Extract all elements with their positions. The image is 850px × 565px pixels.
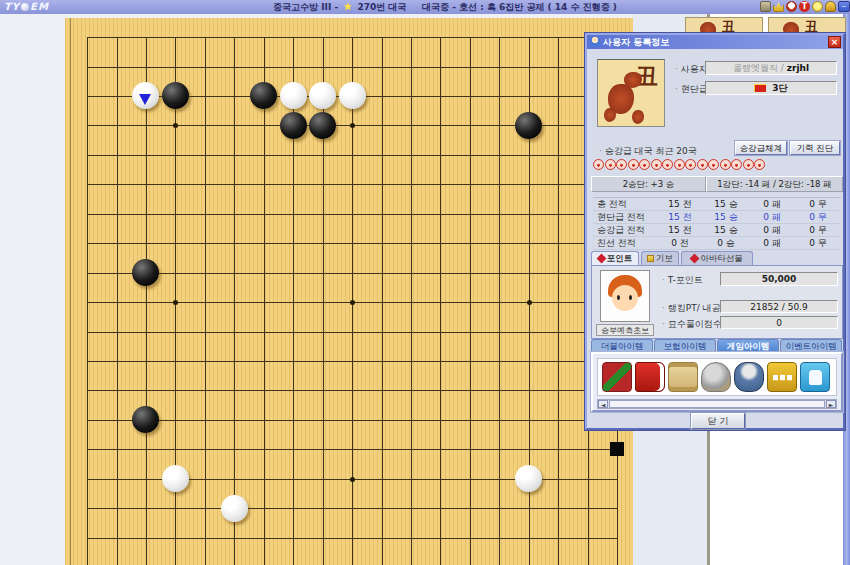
win-medal-icon xyxy=(639,159,650,170)
scroll-item-icon[interactable] xyxy=(668,362,698,392)
tab-points[interactable]: 포인트 xyxy=(591,251,639,265)
black-stone xyxy=(280,112,307,139)
logo-text-left: TY xyxy=(4,1,20,12)
crown-icon[interactable] xyxy=(773,1,784,12)
white-stone xyxy=(515,465,542,492)
record-cell: 15 전 xyxy=(657,224,703,236)
black-stone xyxy=(515,112,542,139)
win-medal-icon xyxy=(651,159,662,170)
win-medal-icon xyxy=(674,159,685,170)
record-cell: 15 전 xyxy=(657,211,703,223)
record-cell: 0 무 xyxy=(795,224,841,236)
game-title: 중국고수방 III - 270번 대국 대국중 - 호선 : 흑 6집반 공제 … xyxy=(235,1,655,14)
record-cell: 0 무 xyxy=(795,198,841,210)
promotion-status: 2승단: +3 승 xyxy=(591,176,706,192)
grid-line xyxy=(382,37,383,565)
gem-icon xyxy=(690,254,700,264)
stone-icon xyxy=(21,3,29,11)
white-stone xyxy=(339,82,366,109)
grid-line xyxy=(87,538,618,539)
board-edge-line xyxy=(70,18,71,565)
avatar-photo xyxy=(600,270,650,322)
record-cell: 0 패 xyxy=(749,198,795,210)
ranking-value: 21852 / 50.9 xyxy=(720,300,838,313)
record-cell: 15 승 xyxy=(703,211,749,223)
record-cell: 0 패 xyxy=(749,224,795,236)
win-medal-icon xyxy=(616,159,627,170)
record-cell: 승강급 전적 xyxy=(593,224,657,236)
item-tab[interactable]: 게임아이템 xyxy=(717,339,779,352)
black-stone xyxy=(162,82,189,109)
items-list xyxy=(597,358,837,396)
grid-line xyxy=(87,508,618,509)
grid-line xyxy=(146,37,147,565)
record-row: 승강급 전적15 전15 승0 패0 무 xyxy=(593,224,841,237)
scrollbar-thumb[interactable] xyxy=(609,400,825,408)
points-tab-panel: 승부예측초보 T-포인트 50,000 랭킹PT/ 내공 21852 / 50.… xyxy=(591,265,843,339)
item-tab[interactable]: 보험아이템 xyxy=(654,339,716,352)
close-icon[interactable]: × xyxy=(828,36,841,48)
id-field: 콜랭엣월직 / zrjhl xyxy=(705,61,837,75)
record-cell: 총 전적 xyxy=(593,198,657,210)
titlebar-toolbar: T xyxy=(760,1,836,12)
eye xyxy=(629,295,632,300)
gift-item-icon[interactable] xyxy=(602,362,632,392)
item-tab[interactable]: 더블아이템 xyxy=(591,339,653,352)
user-id: zrjhl xyxy=(787,63,809,73)
penguin-icon[interactable] xyxy=(786,1,797,12)
last-move-triangle-marker xyxy=(139,94,151,105)
grid-line xyxy=(234,37,235,565)
record-cell: 0 패 xyxy=(749,237,795,249)
game-status: 대국중 - 호선 : 흑 6집반 공제 ( 14 수 진행중 ) xyxy=(422,2,617,12)
game-number: 270번 대국 xyxy=(357,2,406,12)
record-cell: 0 승 xyxy=(703,237,749,249)
grid-line xyxy=(87,420,618,421)
tab-avatar-gift[interactable]: 아바타선물 xyxy=(681,251,753,265)
star-point xyxy=(350,300,355,305)
dialog-titlebar[interactable]: 사용자 등록정보 xyxy=(587,35,843,49)
folder-icon xyxy=(647,255,654,262)
ox-leg xyxy=(604,108,616,122)
win-medal-icon xyxy=(605,159,616,170)
logo-text-right: EM xyxy=(30,1,49,12)
win-medal-icon xyxy=(628,159,639,170)
record-cell: 0 전 xyxy=(657,237,703,249)
gold-plus-item-icon[interactable] xyxy=(767,362,797,392)
win-medal-icon xyxy=(708,159,719,170)
grid-line xyxy=(87,390,618,391)
white-stone xyxy=(221,495,248,522)
castle-icon[interactable] xyxy=(760,1,771,12)
black-stone xyxy=(250,82,277,109)
star-point xyxy=(173,300,178,305)
t-badge-icon[interactable]: T xyxy=(799,1,810,12)
left-panel xyxy=(0,14,65,565)
ranking-label: 랭킹PT/ 내공 xyxy=(662,302,721,315)
dialog-tabs: 포인트기보아바타선물 xyxy=(591,251,843,265)
win-medal-icon xyxy=(697,159,708,170)
record-row: 친선 전적0 전0 승0 패0 무 xyxy=(593,237,841,250)
grid-line xyxy=(205,37,206,565)
black-stone xyxy=(309,112,336,139)
items-panel: ◄ ► xyxy=(591,352,843,412)
user-info-dialog: 사용자 등록정보 × 丑 사용자 ID 콜랭엣월직 / zrjhl 현단급 3단… xyxy=(585,33,845,430)
win-medal-icon xyxy=(754,159,765,170)
broom-mouse-item-icon[interactable] xyxy=(701,362,731,392)
black-stone xyxy=(132,259,159,286)
user-icon xyxy=(590,37,600,47)
recent-games-label: 승강급 대국 최근 20국 xyxy=(599,145,697,158)
win-medal-icon xyxy=(720,159,731,170)
grid-line xyxy=(558,37,559,565)
room-title: 중국고수방 III - xyxy=(273,2,338,12)
grid-line xyxy=(87,449,618,450)
record-table: 총 전적15 전15 승0 패0 무현단급 전적15 전15 승0 패0 무승강… xyxy=(593,197,841,250)
win-medal-icon xyxy=(743,159,754,170)
win-medal-icon xyxy=(662,159,673,170)
blue-soldier-item-icon[interactable] xyxy=(734,362,764,392)
bulb-icon[interactable] xyxy=(812,1,823,12)
china-flag-icon xyxy=(754,84,766,92)
rank-label: 현단급 xyxy=(675,83,708,96)
record-row: 총 전적15 전15 승0 패0 무 xyxy=(593,198,841,211)
black-stone xyxy=(132,406,159,433)
white-stone xyxy=(132,82,159,109)
close-button[interactable]: 닫 기 xyxy=(691,413,745,429)
white-stone xyxy=(309,82,336,109)
win-medal-icon xyxy=(593,159,604,170)
record-cell: 15 승 xyxy=(703,224,749,236)
win-medal-row xyxy=(593,159,839,172)
nickname: 콜랭엣월직 / xyxy=(733,63,784,73)
rank-value: 3단 xyxy=(772,83,787,93)
win-medal-icon xyxy=(685,159,696,170)
gem-icon xyxy=(596,254,606,264)
star-point xyxy=(173,123,178,128)
items-scrollbar[interactable]: ◄ ► xyxy=(597,399,837,409)
record-cell: 현단급 전적 xyxy=(593,211,657,223)
grid-line xyxy=(470,37,471,565)
grid-line xyxy=(87,332,618,333)
grid-line xyxy=(264,37,265,565)
grid-line xyxy=(411,37,412,565)
item-tabs: 더블아이템보험아이템게임아이템이벤트아이템 xyxy=(591,339,843,352)
myosu-value: 0 xyxy=(720,316,838,329)
grid-line xyxy=(87,37,88,565)
window-titlebar: TY EM 중국고수방 III - 270번 대국 대국중 - 호선 : 흑 6… xyxy=(0,0,850,14)
record-cell: 15 전 xyxy=(657,198,703,210)
ox-leg xyxy=(632,110,644,124)
white-stone xyxy=(162,465,189,492)
tpoint-label: T-포인트 xyxy=(662,274,703,287)
grid-line xyxy=(87,361,618,362)
face xyxy=(612,285,638,311)
eye xyxy=(617,295,620,300)
rank-field: 3단 xyxy=(705,81,837,95)
record-cell: 0 무 xyxy=(795,237,841,249)
record-cell: 친선 전적 xyxy=(593,237,657,249)
hand-monitor-item-icon[interactable] xyxy=(800,362,830,392)
scroll-left-arrow[interactable]: ◄ xyxy=(598,400,608,408)
dome-icon[interactable] xyxy=(825,1,836,12)
record-row: 현단급 전적15 전15 승0 패0 무 xyxy=(593,211,841,224)
demotion-status: 1강단: -14 패 / 2강단: -18 패 xyxy=(706,176,843,192)
star-icon xyxy=(343,2,352,11)
red-book-item-icon[interactable] xyxy=(635,362,665,392)
record-cell: 15 승 xyxy=(703,198,749,210)
grid-line xyxy=(499,37,500,565)
go-board[interactable] xyxy=(65,18,633,565)
tpoint-value: 50,000 xyxy=(720,272,838,286)
promo-system-button[interactable]: 승강급체계 xyxy=(735,141,787,155)
avatar-caption: 승부예측초보 xyxy=(596,324,654,336)
tab-kifu[interactable]: 기보 xyxy=(641,251,679,265)
star-point xyxy=(350,477,355,482)
item-tab[interactable]: 이벤트아이템 xyxy=(780,339,842,352)
win-medal-icon xyxy=(731,159,742,170)
tygem-logo: TY EM xyxy=(4,1,49,12)
record-cell: 0 패 xyxy=(749,211,795,223)
record-cell: 0 무 xyxy=(795,211,841,223)
white-stone xyxy=(280,82,307,109)
minimize-button[interactable]: – xyxy=(838,1,850,12)
star-point xyxy=(350,123,355,128)
myosu-label: 묘수풀이점수 xyxy=(662,318,722,331)
black-square-marker xyxy=(610,442,624,456)
grid-line xyxy=(440,37,441,565)
scroll-right-arrow[interactable]: ► xyxy=(826,400,836,408)
skill-diagnosis-button[interactable]: 기력 진단 xyxy=(790,141,840,155)
player-avatar-image: 丑 xyxy=(597,59,665,127)
star-point xyxy=(527,300,532,305)
grid-line xyxy=(117,37,118,565)
